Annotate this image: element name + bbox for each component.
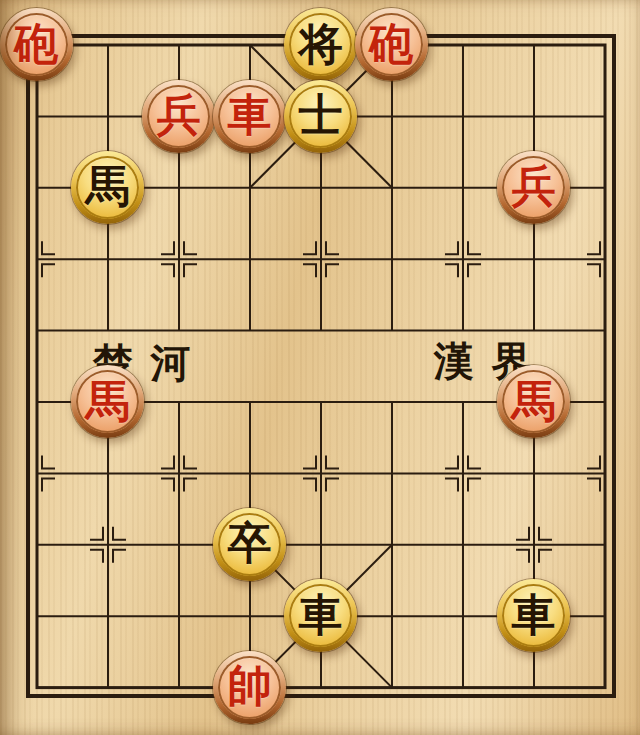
piece-face: 帥	[218, 656, 281, 719]
piece-face: 卒	[218, 513, 281, 576]
piece-red-cannon[interactable]: 砲	[355, 8, 428, 81]
piece-face: 兵	[502, 156, 565, 219]
piece-glyph: 帥	[228, 664, 272, 708]
piece-red-chariot[interactable]: 車	[213, 80, 286, 153]
piece-face: 馬	[76, 156, 139, 219]
piece-glyph: 馬	[512, 379, 556, 423]
piece-glyph: 車	[512, 593, 556, 637]
piece-glyph: 士	[299, 93, 343, 137]
piece-red-cannon[interactable]: 砲	[0, 8, 73, 81]
piece-black-soldier[interactable]: 卒	[213, 508, 286, 581]
piece-glyph: 砲	[15, 22, 59, 66]
piece-black-general[interactable]: 将	[284, 8, 357, 81]
piece-face: 馬	[76, 370, 139, 433]
piece-red-horse[interactable]: 馬	[497, 365, 570, 438]
piece-glyph: 将	[299, 22, 343, 66]
piece-glyph: 車	[299, 593, 343, 637]
piece-face: 車	[502, 584, 565, 647]
piece-glyph: 兵	[157, 93, 201, 137]
piece-glyph: 卒	[228, 521, 272, 565]
piece-face: 兵	[147, 85, 210, 148]
xiangqi-board: 楚河 漢界 砲将砲兵車士馬兵馬馬卒車車帥	[0, 0, 640, 735]
piece-face: 馬	[502, 370, 565, 433]
piece-face: 将	[289, 13, 352, 76]
piece-red-soldier[interactable]: 兵	[497, 151, 570, 224]
piece-face: 砲	[360, 13, 423, 76]
piece-black-chariot[interactable]: 車	[497, 579, 570, 652]
piece-red-horse[interactable]: 馬	[71, 365, 144, 438]
piece-red-general[interactable]: 帥	[213, 651, 286, 724]
piece-black-chariot[interactable]: 車	[284, 579, 357, 652]
piece-black-advisor[interactable]: 士	[284, 80, 357, 153]
piece-glyph: 馬	[86, 164, 130, 208]
piece-face: 士	[289, 85, 352, 148]
piece-face: 車	[289, 584, 352, 647]
piece-black-horse[interactable]: 馬	[71, 151, 144, 224]
piece-glyph: 車	[228, 93, 272, 137]
piece-glyph: 馬	[86, 379, 130, 423]
piece-glyph: 兵	[512, 164, 556, 208]
piece-red-soldier[interactable]: 兵	[142, 80, 215, 153]
piece-glyph: 砲	[370, 22, 414, 66]
piece-face: 砲	[5, 13, 68, 76]
piece-face: 車	[218, 85, 281, 148]
board-grid[interactable]: 砲将砲兵車士馬兵馬馬卒車車帥	[1, 9, 640, 723]
